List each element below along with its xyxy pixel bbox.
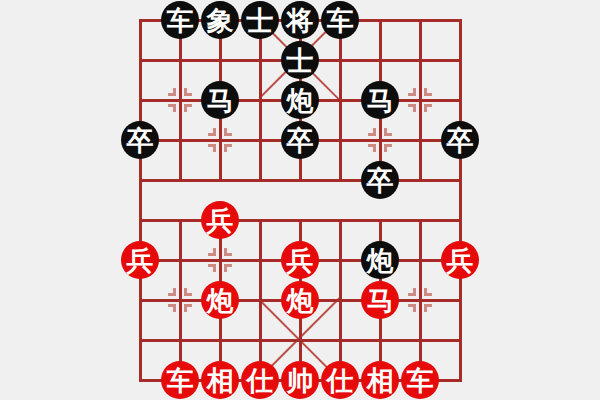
position-marker: [224, 264, 232, 272]
piece-red-chariot[interactable]: 车: [161, 361, 199, 399]
xiangqi-board: 车象士将车士马炮马卒卒卒卒炮兵兵兵兵炮炮马车相仕帅仕相车: [0, 0, 600, 400]
position-marker: [384, 144, 392, 152]
piece-black-chariot[interactable]: 车: [321, 1, 359, 39]
position-marker: [368, 144, 376, 152]
piece-red-cannon[interactable]: 炮: [281, 281, 319, 319]
position-marker: [424, 88, 432, 96]
grid-line-vertical: [419, 19, 422, 182]
grid-line-vertical: [339, 219, 342, 382]
position-marker: [168, 288, 176, 296]
grid-line-vertical: [179, 219, 182, 382]
piece-red-elephant[interactable]: 相: [201, 361, 239, 399]
position-marker: [208, 248, 216, 256]
piece-red-cannon[interactable]: 炮: [201, 281, 239, 319]
position-marker: [208, 144, 216, 152]
position-marker: [224, 128, 232, 136]
position-marker: [408, 304, 416, 312]
position-marker: [208, 128, 216, 136]
position-marker: [184, 88, 192, 96]
piece-black-chariot[interactable]: 车: [161, 1, 199, 39]
piece-black-horse[interactable]: 马: [201, 81, 239, 119]
piece-red-general[interactable]: 帅: [281, 361, 319, 399]
piece-black-elephant[interactable]: 象: [201, 1, 239, 39]
piece-black-soldier[interactable]: 卒: [121, 121, 159, 159]
piece-black-soldier[interactable]: 卒: [361, 161, 399, 199]
piece-black-soldier[interactable]: 卒: [281, 121, 319, 159]
position-marker: [424, 304, 432, 312]
position-marker: [168, 304, 176, 312]
piece-black-cannon[interactable]: 炮: [361, 241, 399, 279]
piece-red-elephant[interactable]: 相: [361, 361, 399, 399]
piece-black-cannon[interactable]: 炮: [281, 81, 319, 119]
piece-red-advisor[interactable]: 仕: [321, 361, 359, 399]
grid-line-vertical: [139, 19, 142, 382]
piece-red-soldier[interactable]: 兵: [121, 241, 159, 279]
piece-black-general[interactable]: 将: [281, 1, 319, 39]
position-marker: [168, 88, 176, 96]
grid-line-vertical: [419, 219, 422, 382]
piece-black-advisor[interactable]: 士: [241, 1, 279, 39]
piece-red-chariot[interactable]: 车: [401, 361, 439, 399]
position-marker: [368, 128, 376, 136]
piece-red-soldier[interactable]: 兵: [441, 241, 479, 279]
position-marker: [408, 88, 416, 96]
position-marker: [224, 248, 232, 256]
position-marker: [184, 104, 192, 112]
piece-black-advisor[interactable]: 士: [281, 41, 319, 79]
position-marker: [408, 104, 416, 112]
grid-line-vertical: [259, 219, 262, 382]
piece-red-soldier[interactable]: 兵: [281, 241, 319, 279]
position-marker: [408, 288, 416, 296]
piece-red-horse[interactable]: 马: [361, 281, 399, 319]
piece-black-horse[interactable]: 马: [361, 81, 399, 119]
piece-black-soldier[interactable]: 卒: [441, 121, 479, 159]
position-marker: [184, 304, 192, 312]
grid-line-vertical: [259, 19, 262, 182]
position-marker: [224, 144, 232, 152]
grid-line-vertical: [179, 19, 182, 182]
piece-red-soldier[interactable]: 兵: [201, 201, 239, 239]
position-marker: [168, 104, 176, 112]
grid-line-vertical: [459, 19, 462, 382]
position-marker: [424, 288, 432, 296]
position-marker: [424, 104, 432, 112]
position-marker: [208, 264, 216, 272]
piece-red-advisor[interactable]: 仕: [241, 361, 279, 399]
position-marker: [184, 288, 192, 296]
grid-line-vertical: [339, 19, 342, 182]
position-marker: [384, 128, 392, 136]
